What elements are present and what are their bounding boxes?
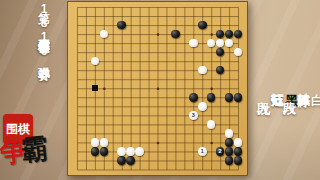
white-stone: [91, 138, 100, 147]
star-point: [210, 141, 213, 144]
black-stone: [225, 147, 234, 156]
black-stone: [91, 147, 100, 156]
black-stone: [171, 30, 180, 39]
black-stone: [225, 93, 234, 102]
white-stone: 3: [189, 111, 198, 120]
move-number-label: 2: [219, 149, 222, 155]
weiqi-logo: 围棋 争霸: [0, 110, 60, 180]
move-number-label: 3: [192, 113, 195, 119]
black-stone: [225, 156, 234, 165]
star-point: [156, 141, 159, 144]
black-stone: [117, 156, 126, 165]
square-marker: [92, 85, 98, 91]
star-point: [103, 87, 106, 90]
black-stone: 2: [216, 147, 225, 156]
black-stone: [234, 156, 243, 165]
white-stone: [234, 138, 243, 147]
white-stone: [126, 147, 135, 156]
white-stone: [100, 138, 109, 147]
black-stone: [234, 147, 243, 156]
move-number-label: 1: [201, 149, 204, 155]
white-stone: [207, 120, 216, 129]
white-stone: 1: [198, 147, 207, 156]
black-stone: [100, 147, 109, 156]
white-stone: [225, 129, 234, 138]
star-point: [210, 33, 213, 36]
white-stone: [135, 147, 144, 156]
black-stone: [225, 138, 234, 147]
black-stone: [126, 156, 135, 165]
black-stone: [198, 21, 207, 30]
black-stone: [234, 93, 243, 102]
star-point: [210, 87, 213, 90]
broadcast-frame: 第18届棋王争霸赛16强补赛 围棋 争霸 231 黑 范廷钰 九段 白 陈梓健 …: [0, 0, 320, 180]
star-point: [156, 87, 159, 90]
white-stone: [198, 102, 207, 111]
white-stone: [117, 147, 126, 156]
white-stone: [198, 66, 207, 75]
calligraphy-icon: 争霸: [0, 136, 43, 167]
player-white-panel: 白 陈梓健 八段: [282, 6, 320, 176]
go-board: 231: [67, 1, 248, 176]
black-stone: [189, 93, 198, 102]
white-stone: [189, 39, 198, 48]
black-stone: [207, 93, 216, 102]
go-grid: 231: [73, 3, 243, 175]
star-point: [156, 33, 159, 36]
